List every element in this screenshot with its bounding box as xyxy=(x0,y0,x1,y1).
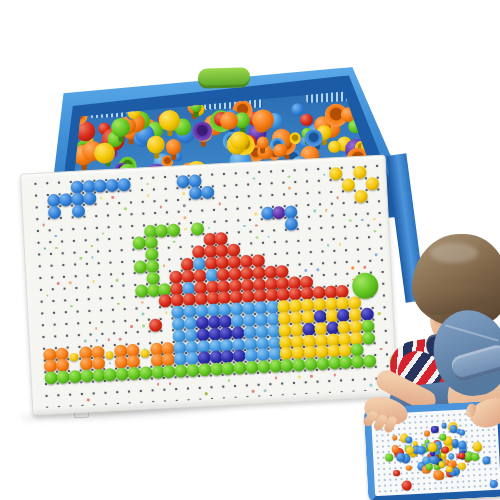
mosaic-peg-G xyxy=(362,331,376,345)
pile-peg xyxy=(328,140,341,153)
mosaic-peg-Y xyxy=(342,178,356,192)
mosaic-peg-B xyxy=(200,186,214,200)
mini-pile-peg xyxy=(392,435,397,440)
mini-pile-peg xyxy=(483,457,491,465)
pile-peg xyxy=(219,111,238,130)
product-photo xyxy=(0,0,500,500)
mini-pile-peg xyxy=(448,453,454,459)
mini-pile-peg xyxy=(439,461,445,467)
mini-pile-peg xyxy=(402,480,412,490)
mosaic-peg-y xyxy=(70,353,79,362)
mini-pile-peg xyxy=(489,479,498,488)
mosaic-peg-B xyxy=(285,217,299,231)
mini-pile-peg xyxy=(392,445,400,453)
mini-pile-peg xyxy=(393,470,400,477)
mosaic-peg-layer xyxy=(21,156,397,415)
mosaic-peg-E xyxy=(351,272,378,299)
pile-peg xyxy=(305,129,323,147)
pile-peg xyxy=(146,135,165,154)
mosaic-peg-Y xyxy=(354,190,368,204)
mini-pile-peg xyxy=(396,452,405,461)
mosaic-peg-y xyxy=(140,349,149,358)
mosaic-pegboard xyxy=(20,155,398,416)
pile-peg xyxy=(366,97,382,113)
mosaic-peg-G xyxy=(167,223,181,237)
mini-pile-peg xyxy=(424,430,431,437)
pile-peg xyxy=(159,110,180,131)
mosaic-peg-G xyxy=(190,222,204,236)
mosaic-peg-y xyxy=(105,351,114,360)
mini-pile-peg xyxy=(449,425,457,433)
box-handle xyxy=(198,67,251,89)
mini-pile-peg xyxy=(406,465,412,471)
mini-pile-peg xyxy=(458,462,466,470)
mini-pile-peg xyxy=(416,445,426,455)
mini-pile-peg xyxy=(471,453,479,461)
mini-pile-peg xyxy=(385,454,393,462)
hair-shine xyxy=(430,243,478,263)
pile-peg xyxy=(93,142,115,164)
mosaic-peg-G xyxy=(363,355,377,369)
mosaic-peg-B xyxy=(48,206,62,220)
pile-peg xyxy=(257,136,269,148)
mosaic-peg-B xyxy=(117,178,131,192)
mosaic-peg-R xyxy=(148,319,162,333)
mosaic-peg-Y xyxy=(329,167,343,181)
pile-peg xyxy=(300,113,313,126)
mosaic-peg-B xyxy=(71,204,85,218)
mosaic-peg-B xyxy=(83,192,97,206)
mosaic-peg-Y xyxy=(365,177,379,191)
mini-pile-peg xyxy=(431,425,439,433)
peg-stem xyxy=(372,110,377,118)
mini-pile-peg xyxy=(441,422,447,428)
mini-pile-peg xyxy=(459,430,465,436)
pile-peg xyxy=(229,131,248,150)
mosaic-peg-Y xyxy=(353,166,367,180)
pile-peg xyxy=(252,109,274,131)
